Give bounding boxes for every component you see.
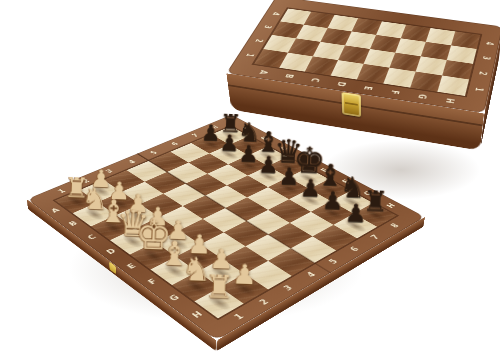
open-board-3d: ABCDEFGH ABCDEFGH 87654321 87654321 ♜♞♝♛… bbox=[28, 124, 424, 352]
box-square-d3 bbox=[345, 31, 376, 49]
open-board-top-face: ABCDEFGH ABCDEFGH 87654321 87654321 ♜♞♝♛… bbox=[27, 115, 425, 341]
coordinate-label: 3 bbox=[251, 20, 281, 34]
open-chessboard: ABCDEFGH ABCDEFGH 87654321 87654321 ♜♞♝♛… bbox=[0, 72, 465, 354]
piece-black-pawn-h7: ♟ bbox=[333, 200, 379, 226]
piece-white-rook-h1: ♜ bbox=[194, 270, 246, 303]
product-photo-folding-chess-set: { "game": "chess", "scene": "Folding woo… bbox=[0, 0, 500, 354]
